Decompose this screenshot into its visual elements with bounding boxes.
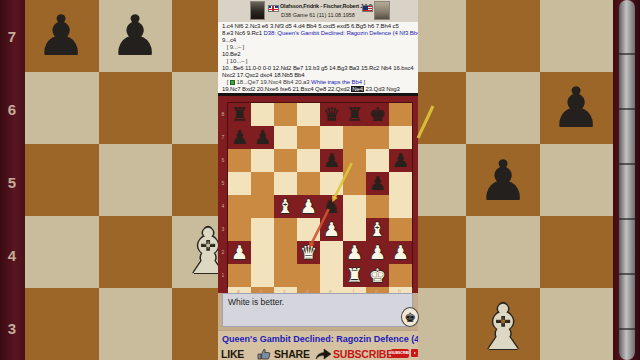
- move-text: D38: Queen's Gambit Declined: Ragozin De…: [264, 30, 418, 36]
- scrollbar[interactable]: [619, 0, 635, 360]
- share-arrow-icon[interactable]: [315, 348, 332, 360]
- white-rook-f1[interactable]: ♜: [343, 264, 366, 287]
- bg-square: [25, 288, 99, 360]
- square-a6[interactable]: [228, 172, 251, 195]
- bg-rank-label: 7: [4, 28, 20, 45]
- white-pawn-d4[interactable]: ♟: [297, 195, 320, 218]
- move-text[interactable]: ]: [362, 79, 365, 85]
- black-pawn-g5[interactable]: ♟: [366, 172, 389, 195]
- board-rank-label: 4: [220, 203, 226, 209]
- usa-flag-icon: [362, 5, 373, 12]
- move-notation-pane[interactable]: 1.c4 Nf6 2.Nc3 e6 3.Nf3 d5 4.d4 Bb4 5.cx…: [218, 22, 418, 93]
- bg-square: [466, 0, 540, 72]
- square-d8[interactable]: [389, 103, 412, 126]
- square-e6[interactable]: [320, 172, 343, 195]
- square-c5[interactable]: [366, 195, 389, 218]
- white-pawn-a2[interactable]: ♟: [228, 241, 251, 264]
- thumbs-up-icon[interactable]: [257, 348, 271, 360]
- square-f5[interactable]: [251, 218, 274, 241]
- bg-black-pawn: ♟: [478, 153, 528, 209]
- square-h8[interactable]: [343, 126, 366, 149]
- bg-rank-label: 4: [4, 247, 20, 264]
- bg-black-pawn: ♟: [551, 80, 601, 136]
- square-d6[interactable]: [297, 172, 320, 195]
- black-pawn-e6[interactable]: ♟: [320, 149, 343, 172]
- move-text[interactable]: [: [222, 79, 230, 85]
- subscribe-pill-button[interactable]: SUBSCRIBE: [391, 349, 409, 358]
- notation-line: [ 9...– ]: [222, 44, 418, 51]
- notation-line: [ 10...– ]: [222, 58, 418, 65]
- bg-rank-label: 5: [4, 174, 20, 191]
- bg-square: [540, 288, 614, 360]
- move-text[interactable]: 8.e3 Nc6 9.Rc1: [222, 30, 264, 36]
- square-b3[interactable]: [320, 264, 343, 287]
- white-pawn-g2[interactable]: ♟: [366, 241, 389, 264]
- black-pawn-b7[interactable]: ♟: [251, 126, 274, 149]
- move-text[interactable]: Nxc2 17.Qxc2 dxc4 18.Nb5 Bb4: [222, 72, 305, 78]
- bg-square: [466, 216, 540, 288]
- black-rook-a8[interactable]: ♜: [228, 103, 251, 126]
- square-b6[interactable]: [251, 172, 274, 195]
- square-a3[interactable]: [297, 264, 320, 287]
- notation-line: 1.c4 Nf6 2.Nc3 e6 3.Nf3 d5 4.d4 Bb4 5.cx…: [222, 23, 418, 30]
- right-edge-strip: [613, 0, 640, 360]
- notation-line: 10...Be6 11.0-0 0-0 12.Nd2 Be7 13.b3 g5 …: [222, 65, 418, 72]
- square-f7[interactable]: [297, 149, 320, 172]
- black-rook-f8[interactable]: ♜: [343, 103, 366, 126]
- square-e7[interactable]: [274, 149, 297, 172]
- black-queen-e8[interactable]: ♛: [320, 103, 343, 126]
- square-g8[interactable]: [320, 126, 343, 149]
- chess-piece-badge-icon: ♚: [401, 307, 419, 327]
- board-rank-label: 6: [220, 157, 226, 163]
- white-pawn-e3[interactable]: ♟: [320, 218, 343, 241]
- notation-line: 10.Be2: [222, 51, 418, 58]
- video-frame: 76543 ♟♟♟♟♝♝ Olafsson,Fridrik - Fischer,…: [0, 0, 640, 360]
- move-text[interactable]: 9...c4: [222, 37, 236, 43]
- square-h6[interactable]: [228, 195, 251, 218]
- square-b4[interactable]: [389, 218, 412, 241]
- bg-rank-label: 6: [4, 101, 20, 118]
- iceland-flag-icon: [268, 5, 279, 12]
- move-text[interactable]: 10.Be2: [222, 51, 240, 57]
- social-buttons-bar: LIKE SHARE SUBSCRIBE SUBSCRIBE: [218, 348, 418, 360]
- bg-rank-label: 3: [4, 320, 20, 337]
- square-g5[interactable]: [274, 218, 297, 241]
- square-f8[interactable]: [297, 126, 320, 149]
- square-h5[interactable]: [297, 218, 320, 241]
- bg-square: [99, 144, 173, 216]
- square-d4[interactable]: [274, 241, 297, 264]
- square-d7[interactable]: [251, 149, 274, 172]
- evaluation-box: White is better. ♚: [222, 293, 413, 327]
- board-rank-label: 5: [220, 180, 226, 186]
- notation-line: Nxc2 17.Qxc2 dxc4 18.Nb5 Bb4: [222, 72, 418, 79]
- bg-square: [99, 288, 173, 360]
- square-e5[interactable]: [228, 218, 251, 241]
- move-text[interactable]: 23.Qd3 Nxg3: [364, 86, 400, 92]
- black-pawn-a7[interactable]: ♟: [228, 126, 251, 149]
- square-g4[interactable]: [251, 264, 274, 287]
- square-g7[interactable]: [343, 149, 366, 172]
- bg-square: [99, 216, 173, 288]
- square-d5[interactable]: [389, 195, 412, 218]
- square-a5[interactable]: [251, 195, 274, 218]
- black-king-g8[interactable]: ♚: [366, 103, 389, 126]
- square-f4[interactable]: [228, 264, 251, 287]
- chessbase-panel: Olafsson,Fridrik - Fischer,Robert J 1-0 …: [218, 0, 418, 360]
- background-board-rank-strip: 76543: [0, 0, 25, 360]
- board-rank-label: 2: [220, 249, 226, 255]
- opening-title-bar: Queen's Gambit Declined: Ragozin Defence…: [218, 330, 418, 348]
- move-text[interactable]: 19.Nc7 Bxd2 20.Nxe6 fxe6 21.Bxc4 Qe8 22.…: [222, 86, 351, 92]
- notation-line: [ 18...Qe7 19.Nxc4 Bb4 20.a3 White traps…: [222, 79, 418, 86]
- opening-title: Queen's Gambit Declined: Ragozin Defence…: [222, 334, 418, 344]
- notation-line: 8.e3 Nc6 9.Rc1 D38: Queen's Gambit Decli…: [222, 30, 418, 37]
- bg-square: [540, 216, 614, 288]
- evaluation-section: White is better. ♚: [218, 293, 418, 330]
- square-a8[interactable]: [251, 103, 274, 126]
- square-b8[interactable]: [274, 103, 297, 126]
- move-text[interactable]: [ 10...– ]: [222, 58, 247, 64]
- square-c4[interactable]: [251, 241, 274, 264]
- square-a7[interactable]: [366, 126, 389, 149]
- bg-white-bishop: ♝: [475, 297, 531, 359]
- board-rank-label: 3: [220, 226, 226, 232]
- black-pawn-h6[interactable]: ♟: [389, 149, 412, 172]
- like-button[interactable]: LIKE: [221, 348, 244, 360]
- white-king-g1[interactable]: ♚: [366, 264, 389, 287]
- chess-board[interactable]: ♜♛♜♚♟♟♟♟♟♝♟♞♟♝♟♛♟♟♟♜♚: [227, 102, 413, 288]
- board-frame: ♜♛♜♚♟♟♟♟♟♝♟♞♟♝♟♛♟♟♟♜♚ 87654321abcdefgh: [218, 93, 418, 293]
- square-b7[interactable]: [389, 126, 412, 149]
- share-button[interactable]: SHARE: [274, 348, 310, 360]
- square-f6[interactable]: [343, 172, 366, 195]
- bg-square: [466, 72, 540, 144]
- square-c3[interactable]: [389, 264, 412, 287]
- square-c8[interactable]: [297, 103, 320, 126]
- bg-black-pawn: ♟: [110, 8, 160, 64]
- black-knight-e4[interactable]: ♞: [320, 195, 343, 218]
- current-move[interactable]: Ne4: [351, 86, 364, 92]
- square-h4[interactable]: [274, 264, 297, 287]
- game-header: Olafsson,Fridrik - Fischer,Robert J 1-0 …: [218, 0, 418, 22]
- notation-line: 19.Nc7 Bxd2 20.Nxe6 fxe6 21.Bxc4 Qe8 22.…: [222, 86, 418, 93]
- bg-square: [25, 72, 99, 144]
- square-g6[interactable]: [389, 172, 412, 195]
- bg-square: [25, 216, 99, 288]
- evaluation-text: White is better.: [228, 297, 284, 307]
- move-text: White traps the Bb4: [311, 79, 362, 85]
- bg-square: [540, 0, 614, 72]
- square-c7[interactable]: [228, 149, 251, 172]
- bg-black-pawn: ♟: [36, 8, 86, 64]
- move-text[interactable]: 18...Qe7 19.Nxc4 Bb4 20.a3: [235, 79, 311, 85]
- square-e8[interactable]: [274, 126, 297, 149]
- game-title: Olafsson,Fridrik - Fischer,Robert J 1-0: [280, 3, 362, 9]
- move-text[interactable]: 10...Be6 11.0-0 0-0 12.Nd2 Be7 13.b3 g5 …: [222, 65, 413, 71]
- white-bishop-g3[interactable]: ♝: [366, 218, 389, 241]
- board-rank-label: 8: [220, 111, 226, 117]
- square-a4[interactable]: [343, 218, 366, 241]
- move-text[interactable]: 1.c4 Nf6 2.Nc3 e6 3.Nf3 d5 4.d4 Bb4 5.cx…: [222, 23, 399, 29]
- white-queen-d2[interactable]: ♛: [297, 241, 320, 264]
- board-rank-label: 7: [220, 134, 226, 140]
- white-bishop-c4[interactable]: ♝: [274, 195, 297, 218]
- game-subtitle: D38 Game 61 (11) 11.08.1958: [258, 12, 378, 18]
- white-pawn-h2[interactable]: ♟: [389, 241, 412, 264]
- square-e4[interactable]: [320, 241, 343, 264]
- bg-square: [25, 144, 99, 216]
- board-rank-label: 1: [220, 272, 226, 278]
- move-text[interactable]: [ 9...– ]: [222, 44, 244, 50]
- white-pawn-f2[interactable]: ♟: [343, 241, 366, 264]
- subscribe-label[interactable]: SUBSCRIBE: [333, 348, 393, 360]
- bg-square: [99, 72, 173, 144]
- notation-line: 9...c4: [222, 37, 418, 44]
- square-c6[interactable]: [274, 172, 297, 195]
- square-b5[interactable]: [343, 195, 366, 218]
- bg-square: [540, 144, 614, 216]
- square-h7[interactable]: [366, 149, 389, 172]
- youtube-icon[interactable]: [411, 349, 418, 357]
